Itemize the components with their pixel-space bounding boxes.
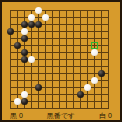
last-move-marker — [91, 42, 98, 49]
white-stone — [91, 77, 98, 84]
white-stone — [28, 14, 35, 21]
white-stone — [14, 98, 21, 105]
black-stone — [21, 56, 28, 63]
white-stone — [28, 56, 35, 63]
white-captures-label: 白 0 — [99, 111, 112, 121]
black-stone — [77, 91, 84, 98]
black-stone — [21, 49, 28, 56]
white-stone — [84, 84, 91, 91]
black-stone — [21, 21, 28, 28]
grid-line-vertical — [108, 10, 109, 109]
white-stone — [21, 91, 28, 98]
go-board[interactable] — [2, 2, 120, 120]
grid-line-horizontal — [10, 108, 109, 109]
black-stone — [98, 70, 105, 77]
black-stone — [14, 42, 21, 49]
grid-line-vertical — [101, 10, 102, 109]
turn-indicator-label: 黒番です — [47, 111, 75, 121]
black-captures-label: 黒 0 — [10, 111, 23, 121]
white-stone — [21, 28, 28, 35]
white-stone — [35, 7, 42, 14]
black-stone — [35, 84, 42, 91]
black-stone — [21, 98, 28, 105]
black-stone — [7, 28, 14, 35]
status-bar: 黒 0 黒番です 白 0 — [2, 111, 120, 121]
black-stone — [35, 21, 42, 28]
black-stone — [28, 21, 35, 28]
go-app-window: 黒 0 黒番です 白 0 — [0, 0, 122, 122]
white-stone — [91, 49, 98, 56]
black-stone — [21, 35, 28, 42]
white-stone — [42, 14, 49, 21]
grid-line-vertical — [94, 10, 95, 109]
